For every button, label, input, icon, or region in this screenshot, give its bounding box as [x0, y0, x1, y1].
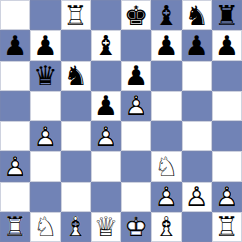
piece-black-knight: ♞	[61, 61, 91, 91]
piece-white-pawn: ♟♙	[182, 182, 212, 212]
square-h6[interactable]	[212, 61, 242, 91]
square-e7[interactable]	[121, 30, 151, 60]
square-a5[interactable]	[0, 91, 30, 121]
square-a8[interactable]	[0, 0, 30, 30]
square-c4[interactable]	[61, 121, 91, 151]
piece-black-pawn: ♟	[151, 30, 181, 60]
piece-black-queen: ♛	[30, 61, 60, 91]
square-e5[interactable]: ♟♙	[121, 91, 151, 121]
square-d7[interactable]: ♝	[91, 30, 121, 60]
piece-black-pawn: ♟	[30, 30, 60, 60]
piece-white-knight: ♞♘	[30, 212, 60, 242]
piece-white-rook: ♜♖	[61, 0, 91, 30]
piece-black-pawn: ♟	[91, 91, 121, 121]
square-a2[interactable]	[0, 182, 30, 212]
square-c5[interactable]	[61, 91, 91, 121]
square-b5[interactable]	[30, 91, 60, 121]
square-b6[interactable]: ♛	[30, 61, 60, 91]
square-b2[interactable]	[30, 182, 60, 212]
square-d5[interactable]: ♟	[91, 91, 121, 121]
square-a6[interactable]	[0, 61, 30, 91]
square-a4[interactable]	[0, 121, 30, 151]
piece-black-bishop: ♝	[151, 0, 181, 30]
square-f5[interactable]	[151, 91, 181, 121]
square-f8[interactable]: ♝	[151, 0, 181, 30]
square-b4[interactable]: ♟♙	[30, 121, 60, 151]
piece-white-pawn: ♟♙	[0, 151, 30, 181]
piece-white-bishop: ♝♗	[61, 212, 91, 242]
piece-white-pawn: ♟♙	[121, 91, 151, 121]
square-h5[interactable]	[212, 91, 242, 121]
piece-white-pawn: ♟♙	[30, 121, 60, 151]
square-f2[interactable]: ♟♙	[151, 182, 181, 212]
square-a1[interactable]: ♜♖	[0, 212, 30, 242]
piece-white-pawn: ♟♙	[212, 182, 242, 212]
piece-white-rook: ♜♖	[212, 212, 242, 242]
square-b1[interactable]: ♞♘	[30, 212, 60, 242]
square-h3[interactable]	[212, 151, 242, 181]
square-g2[interactable]: ♟♙	[182, 182, 212, 212]
square-g1[interactable]	[182, 212, 212, 242]
square-g5[interactable]	[182, 91, 212, 121]
square-e1[interactable]: ♚♔	[121, 212, 151, 242]
piece-white-pawn: ♟♙	[151, 182, 181, 212]
square-c6[interactable]: ♞	[61, 61, 91, 91]
piece-black-pawn: ♟	[121, 61, 151, 91]
square-h7[interactable]: ♟	[212, 30, 242, 60]
square-f7[interactable]: ♟	[151, 30, 181, 60]
piece-black-rook: ♜	[212, 0, 242, 30]
square-g6[interactable]	[182, 61, 212, 91]
square-f1[interactable]: ♝♗	[151, 212, 181, 242]
square-d4[interactable]: ♟♙	[91, 121, 121, 151]
square-e4[interactable]	[121, 121, 151, 151]
square-f6[interactable]	[151, 61, 181, 91]
square-h1[interactable]: ♜♖	[212, 212, 242, 242]
square-c1[interactable]: ♝♗	[61, 212, 91, 242]
piece-white-rook: ♜♖	[0, 212, 30, 242]
piece-black-pawn: ♟	[182, 30, 212, 60]
square-d3[interactable]	[91, 151, 121, 181]
square-g3[interactable]	[182, 151, 212, 181]
square-b3[interactable]	[30, 151, 60, 181]
piece-white-king: ♚♔	[121, 212, 151, 242]
square-c3[interactable]	[61, 151, 91, 181]
square-a3[interactable]: ♟♙	[0, 151, 30, 181]
square-d8[interactable]	[91, 0, 121, 30]
square-f4[interactable]	[151, 121, 181, 151]
piece-black-pawn: ♟	[0, 30, 30, 60]
square-e6[interactable]: ♟	[121, 61, 151, 91]
square-g7[interactable]: ♟	[182, 30, 212, 60]
piece-white-queen: ♛♕	[91, 212, 121, 242]
square-h4[interactable]	[212, 121, 242, 151]
square-e2[interactable]	[121, 182, 151, 212]
square-d6[interactable]	[91, 61, 121, 91]
square-c8[interactable]: ♜♖	[61, 0, 91, 30]
square-b7[interactable]: ♟	[30, 30, 60, 60]
piece-white-pawn: ♟♙	[91, 121, 121, 151]
square-e3[interactable]	[121, 151, 151, 181]
square-h8[interactable]: ♜	[212, 0, 242, 30]
piece-white-bishop: ♝♗	[151, 212, 181, 242]
square-c2[interactable]	[61, 182, 91, 212]
square-g8[interactable]: ♞	[182, 0, 212, 30]
piece-black-knight: ♞	[182, 0, 212, 30]
square-c7[interactable]	[61, 30, 91, 60]
chess-board: ♜♖♚♝♞♜♟♟♝♟♟♟♛♞♟♟♟♙♟♙♟♙♟♙♞♘♟♙♟♙♟♙♜♖♞♘♝♗♛♕…	[0, 0, 242, 242]
square-h2[interactable]: ♟♙	[212, 182, 242, 212]
piece-black-pawn: ♟	[212, 30, 242, 60]
piece-white-knight: ♞♘	[151, 151, 181, 181]
square-a7[interactable]: ♟	[0, 30, 30, 60]
piece-black-king: ♚	[121, 0, 151, 30]
square-d2[interactable]	[91, 182, 121, 212]
piece-black-bishop: ♝	[91, 30, 121, 60]
square-g4[interactable]	[182, 121, 212, 151]
square-f3[interactable]: ♞♘	[151, 151, 181, 181]
square-b8[interactable]	[30, 0, 60, 30]
square-e8[interactable]: ♚	[121, 0, 151, 30]
square-d1[interactable]: ♛♕	[91, 212, 121, 242]
